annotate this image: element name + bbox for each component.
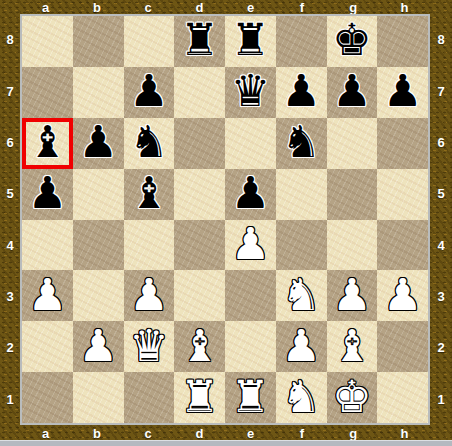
square-f1[interactable]: ♞ xyxy=(276,372,327,423)
square-g8[interactable]: ♚ xyxy=(327,16,378,67)
chess-app-window: abcdefgh 87654321 87654321 ♜♜♚♟♛♟♟♟♝♟♞♞♟… xyxy=(0,0,452,446)
piece-black-pawn-h7[interactable]: ♟ xyxy=(383,69,422,113)
square-h8[interactable] xyxy=(377,16,428,67)
file-label-top-d: d xyxy=(174,0,225,15)
square-a3[interactable]: ♟ xyxy=(22,270,73,321)
piece-white-bishop-d2[interactable]: ♝ xyxy=(180,324,219,368)
piece-black-bishop-c5[interactable]: ♝ xyxy=(129,171,168,215)
piece-black-pawn-a5[interactable]: ♟ xyxy=(28,171,67,215)
square-g1[interactable]: ♚ xyxy=(327,372,378,423)
piece-white-pawn-b2[interactable]: ♟ xyxy=(78,324,117,368)
square-c2[interactable]: ♛ xyxy=(124,321,175,372)
square-a5[interactable]: ♟ xyxy=(22,169,73,220)
piece-black-knight-c6[interactable]: ♞ xyxy=(129,120,168,164)
square-g5[interactable] xyxy=(327,169,378,220)
rank-label-right-1: 1 xyxy=(430,374,452,425)
piece-white-king-g1[interactable]: ♚ xyxy=(332,375,371,419)
square-d5[interactable] xyxy=(174,169,225,220)
square-f7[interactable]: ♟ xyxy=(276,67,327,118)
square-c4[interactable] xyxy=(124,220,175,271)
rank-label-left-3: 3 xyxy=(0,271,20,322)
piece-black-pawn-f7[interactable]: ♟ xyxy=(281,69,320,113)
rank-labels-right: 87654321 xyxy=(430,14,452,425)
square-g7[interactable]: ♟ xyxy=(327,67,378,118)
square-g6[interactable] xyxy=(327,118,378,169)
rank-label-right-5: 5 xyxy=(430,168,452,219)
square-c7[interactable]: ♟ xyxy=(124,67,175,118)
square-e7[interactable]: ♛ xyxy=(225,67,276,118)
square-e5[interactable]: ♟ xyxy=(225,169,276,220)
square-c5[interactable]: ♝ xyxy=(124,169,175,220)
rank-label-left-1: 1 xyxy=(0,374,20,425)
piece-black-rook-e8[interactable]: ♜ xyxy=(231,18,270,62)
square-d6[interactable] xyxy=(174,118,225,169)
square-h1[interactable] xyxy=(377,372,428,423)
piece-black-pawn-c7[interactable]: ♟ xyxy=(129,69,168,113)
piece-black-pawn-g7[interactable]: ♟ xyxy=(332,69,371,113)
square-e3[interactable] xyxy=(225,270,276,321)
square-b5[interactable] xyxy=(73,169,124,220)
rank-label-right-8: 8 xyxy=(430,14,452,65)
rank-label-left-7: 7 xyxy=(0,65,20,116)
file-label-top-g: g xyxy=(328,0,379,15)
piece-white-pawn-e4[interactable]: ♟ xyxy=(231,222,270,266)
square-f6[interactable]: ♞ xyxy=(276,118,327,169)
square-d4[interactable] xyxy=(174,220,225,271)
square-b6[interactable]: ♟ xyxy=(73,118,124,169)
rank-label-right-6: 6 xyxy=(430,117,452,168)
rank-label-left-5: 5 xyxy=(0,168,20,219)
rank-label-left-8: 8 xyxy=(0,14,20,65)
chess-board: ♜♜♚♟♛♟♟♟♝♟♞♞♟♝♟♟♟♟♞♟♟♟♛♝♟♝♜♜♞♚ xyxy=(22,16,428,423)
square-h5[interactable] xyxy=(377,169,428,220)
file-label-top-e: e xyxy=(225,0,276,15)
square-b7[interactable] xyxy=(73,67,124,118)
square-d2[interactable]: ♝ xyxy=(174,321,225,372)
piece-white-pawn-h3[interactable]: ♟ xyxy=(383,273,422,317)
piece-black-bishop-a6[interactable]: ♝ xyxy=(28,120,67,164)
chess-board-frame: ♜♜♚♟♛♟♟♟♝♟♞♞♟♝♟♟♟♟♞♟♟♟♛♝♟♝♜♜♞♚ xyxy=(20,14,430,425)
rank-label-right-4: 4 xyxy=(430,220,452,271)
piece-white-pawn-f2[interactable]: ♟ xyxy=(281,324,320,368)
piece-white-knight-f3[interactable]: ♞ xyxy=(281,273,320,317)
rank-label-right-2: 2 xyxy=(430,322,452,373)
square-d1[interactable]: ♜ xyxy=(174,372,225,423)
square-h6[interactable] xyxy=(377,118,428,169)
square-a2[interactable] xyxy=(22,321,73,372)
piece-black-rook-d8[interactable]: ♜ xyxy=(180,18,219,62)
square-c6[interactable]: ♞ xyxy=(124,118,175,169)
file-label-top-f: f xyxy=(276,0,327,15)
square-c1[interactable] xyxy=(124,372,175,423)
square-d8[interactable]: ♜ xyxy=(174,16,225,67)
rank-label-left-2: 2 xyxy=(0,322,20,373)
square-b8[interactable] xyxy=(73,16,124,67)
square-f5[interactable] xyxy=(276,169,327,220)
piece-white-pawn-a3[interactable]: ♟ xyxy=(28,273,67,317)
piece-white-queen-c2[interactable]: ♛ xyxy=(129,324,168,368)
file-label-top-b: b xyxy=(71,0,122,15)
piece-white-rook-d1[interactable]: ♜ xyxy=(180,375,219,419)
piece-white-knight-f1[interactable]: ♞ xyxy=(281,375,320,419)
file-labels-top: abcdefgh xyxy=(20,0,430,14)
file-label-top-a: a xyxy=(20,0,71,15)
square-d3[interactable] xyxy=(174,270,225,321)
file-label-top-h: h xyxy=(379,0,430,15)
square-e4[interactable]: ♟ xyxy=(225,220,276,271)
square-b1[interactable] xyxy=(73,372,124,423)
square-e1[interactable]: ♜ xyxy=(225,372,276,423)
piece-black-knight-f6[interactable]: ♞ xyxy=(281,120,320,164)
piece-black-king-g8[interactable]: ♚ xyxy=(332,18,371,62)
square-e8[interactable]: ♜ xyxy=(225,16,276,67)
square-h3[interactable]: ♟ xyxy=(377,270,428,321)
square-g4[interactable] xyxy=(327,220,378,271)
square-e2[interactable] xyxy=(225,321,276,372)
square-h7[interactable]: ♟ xyxy=(377,67,428,118)
square-c8[interactable] xyxy=(124,16,175,67)
square-a4[interactable] xyxy=(22,220,73,271)
rank-label-left-4: 4 xyxy=(0,220,20,271)
rank-label-right-3: 3 xyxy=(430,271,452,322)
file-label-top-c: c xyxy=(123,0,174,15)
square-d7[interactable] xyxy=(174,67,225,118)
square-g2[interactable]: ♝ xyxy=(327,321,378,372)
square-b4[interactable] xyxy=(73,220,124,271)
rank-label-right-7: 7 xyxy=(430,65,452,116)
window-edge-strip xyxy=(0,440,452,446)
square-a8[interactable] xyxy=(22,16,73,67)
square-g3[interactable]: ♟ xyxy=(327,270,378,321)
piece-white-pawn-c3[interactable]: ♟ xyxy=(129,273,168,317)
piece-black-pawn-e5[interactable]: ♟ xyxy=(231,171,270,215)
square-a7[interactable] xyxy=(22,67,73,118)
square-c3[interactable]: ♟ xyxy=(124,270,175,321)
square-h2[interactable] xyxy=(377,321,428,372)
square-b2[interactable]: ♟ xyxy=(73,321,124,372)
piece-white-rook-e1[interactable]: ♜ xyxy=(231,375,270,419)
square-a1[interactable] xyxy=(22,372,73,423)
piece-white-pawn-g3[interactable]: ♟ xyxy=(332,273,371,317)
rank-label-left-6: 6 xyxy=(0,117,20,168)
square-f2[interactable]: ♟ xyxy=(276,321,327,372)
square-b3[interactable] xyxy=(73,270,124,321)
square-a6[interactable]: ♝ xyxy=(22,118,73,169)
square-f8[interactable] xyxy=(276,16,327,67)
piece-black-queen-e7[interactable]: ♛ xyxy=(231,69,270,113)
square-f3[interactable]: ♞ xyxy=(276,270,327,321)
square-f4[interactable] xyxy=(276,220,327,271)
piece-white-bishop-g2[interactable]: ♝ xyxy=(332,324,371,368)
square-h4[interactable] xyxy=(377,220,428,271)
piece-black-pawn-b6[interactable]: ♟ xyxy=(78,120,117,164)
rank-labels-left: 87654321 xyxy=(0,14,20,425)
square-e6[interactable] xyxy=(225,118,276,169)
